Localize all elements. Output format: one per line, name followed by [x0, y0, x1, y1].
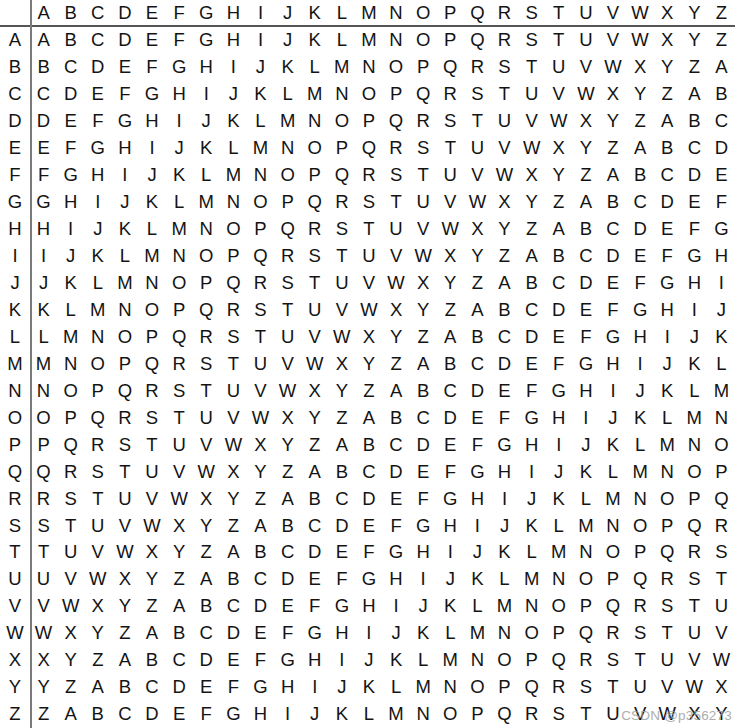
grid-cell: V [328, 297, 355, 324]
grid-cell: A [111, 647, 138, 674]
grid-cell: T [355, 216, 382, 243]
grid-cell: T [437, 135, 464, 162]
grid-cell: U [383, 216, 410, 243]
grid-cell: T [572, 701, 599, 728]
grid-cell: F [274, 620, 301, 647]
grid-cell: O [301, 135, 328, 162]
grid-cell: X [518, 162, 545, 189]
col-header: R [491, 0, 518, 27]
grid-cell: P [220, 243, 247, 270]
row-label: Q [0, 458, 30, 485]
grid-cell: B [410, 377, 437, 404]
grid-cell: P [138, 324, 165, 351]
grid-cell: I [274, 701, 301, 728]
grid-cell: A [383, 377, 410, 404]
grid-cell: Q [518, 674, 545, 701]
grid-cell: A [274, 485, 301, 512]
row-label: A [0, 27, 30, 54]
grid-cell: P [57, 404, 84, 431]
grid-cell: B [274, 512, 301, 539]
grid-cell: Z [57, 674, 84, 701]
grid-cell: L [491, 566, 518, 593]
grid-cell: U [437, 162, 464, 189]
grid-cell: X [247, 431, 274, 458]
grid-cell: P [111, 351, 138, 378]
grid-cell: Z [681, 54, 708, 81]
grid-cell: Z [301, 431, 328, 458]
grid-cell: H [57, 189, 84, 216]
grid-cell: I [166, 108, 193, 135]
row-label: K [0, 297, 30, 324]
grid-cell: V [599, 27, 626, 54]
grid-cell: U [572, 27, 599, 54]
grid-cell: M [138, 243, 165, 270]
row-label: B [0, 54, 30, 81]
grid-cell: N [30, 377, 57, 404]
grid-cell: Q [328, 162, 355, 189]
grid-cell: B [193, 593, 220, 620]
grid-cell: Y [138, 566, 165, 593]
grid-cell: W [57, 593, 84, 620]
grid-cell: C [383, 431, 410, 458]
grid-cell: J [410, 593, 437, 620]
grid-cell: W [599, 54, 626, 81]
grid-cell: H [599, 351, 626, 378]
row-label: I [0, 243, 30, 270]
grid-cell: X [166, 512, 193, 539]
grid-cell: C [57, 54, 84, 81]
grid-cell: Z [274, 458, 301, 485]
grid-cell: Y [247, 458, 274, 485]
grid-cell: B [57, 27, 84, 54]
grid-cell: F [57, 135, 84, 162]
grid-cell: G [247, 674, 274, 701]
grid-cell: O [111, 324, 138, 351]
grid-cell: J [166, 135, 193, 162]
grid-cell: W [301, 351, 328, 378]
grid-cell: A [84, 674, 111, 701]
grid-cell: N [193, 216, 220, 243]
grid-cell: X [410, 270, 437, 297]
col-header: N [383, 0, 410, 27]
grid-cell: R [681, 539, 708, 566]
row-label: V [0, 593, 30, 620]
grid-cell: Z [111, 620, 138, 647]
grid-cell: L [220, 135, 247, 162]
grid-cell: R [572, 647, 599, 674]
grid-cell: S [545, 701, 572, 728]
grid-cell: B [30, 54, 57, 81]
grid-cell: D [437, 404, 464, 431]
grid-cell: W [383, 270, 410, 297]
grid-cell: W [681, 674, 708, 701]
grid-cell: K [84, 243, 111, 270]
grid-cell: Q [491, 701, 518, 728]
grid-cell: V [84, 539, 111, 566]
grid-cell: M [518, 566, 545, 593]
grid-cell: G [627, 297, 654, 324]
col-header: T [545, 0, 572, 27]
grid-cell: J [437, 566, 464, 593]
grid-cell: F [166, 27, 193, 54]
grid-cell: Z [464, 270, 491, 297]
grid-cell: W [627, 27, 654, 54]
grid-cell: O [57, 377, 84, 404]
row-label: Y [0, 674, 30, 701]
grid-cell: O [545, 593, 572, 620]
grid-cell: E [708, 162, 735, 189]
grid-cell: U [274, 324, 301, 351]
grid-cell: E [220, 647, 247, 674]
grid-cell: J [193, 108, 220, 135]
grid-cell: T [464, 108, 491, 135]
grid-cell: T [138, 431, 165, 458]
grid-cell: I [654, 324, 681, 351]
grid-cell: K [654, 377, 681, 404]
grid-cell: V [383, 243, 410, 270]
header-divider-line [0, 25, 735, 27]
grid-cell: D [138, 701, 165, 728]
grid-cell: F [518, 377, 545, 404]
grid-cell: K [518, 512, 545, 539]
grid-cell: M [328, 54, 355, 81]
grid-cell: D [30, 108, 57, 135]
corner-cell [0, 0, 30, 27]
grid-cell: I [708, 270, 735, 297]
grid-cell: T [220, 351, 247, 378]
grid-cell: I [383, 593, 410, 620]
grid-cell: B [545, 243, 572, 270]
grid-cell: O [491, 647, 518, 674]
grid-cell: L [57, 297, 84, 324]
grid-cell: D [545, 297, 572, 324]
grid-cell: Q [166, 324, 193, 351]
grid-cell: G [193, 27, 220, 54]
grid-cell: W [111, 539, 138, 566]
grid-cell: Q [627, 566, 654, 593]
grid-cell: R [355, 162, 382, 189]
grid-cell: F [111, 81, 138, 108]
grid-cell: X [193, 485, 220, 512]
grid-cell: C [437, 377, 464, 404]
grid-cell: R [111, 404, 138, 431]
grid-cell: W [30, 620, 57, 647]
grid-cell: M [599, 485, 626, 512]
grid-cell: B [220, 566, 247, 593]
grid-cell: C [491, 324, 518, 351]
grid-cell: Q [545, 647, 572, 674]
grid-cell: J [328, 674, 355, 701]
grid-cell: G [545, 377, 572, 404]
grid-cell: C [111, 701, 138, 728]
grid-cell: A [220, 539, 247, 566]
grid-cell: V [193, 431, 220, 458]
grid-cell: I [572, 404, 599, 431]
grid-cell: S [166, 377, 193, 404]
grid-cell: N [166, 243, 193, 270]
grid-cell: F [193, 701, 220, 728]
grid-cell: A [57, 701, 84, 728]
grid-cell: Q [383, 108, 410, 135]
grid-cell: C [518, 297, 545, 324]
grid-cell: W [437, 216, 464, 243]
grid-cell: M [355, 27, 382, 54]
grid-cell: K [220, 108, 247, 135]
grid-cell: B [708, 81, 735, 108]
grid-cell: F [84, 108, 111, 135]
grid-cell: Q [654, 539, 681, 566]
grid-cell: U [545, 54, 572, 81]
grid-cell: B [84, 701, 111, 728]
grid-cell: B [518, 270, 545, 297]
grid-cell: L [681, 377, 708, 404]
grid-cell: Y [654, 54, 681, 81]
grid-cell: N [383, 27, 410, 54]
grid-cell: P [708, 458, 735, 485]
grid-cell: N [491, 620, 518, 647]
grid-cell: T [599, 674, 626, 701]
grid-cell: T [57, 512, 84, 539]
tabula-recta-grid: ABCDEFGHIJKLMNOPQRSTUVWXYZAABCDEFGHIJKLM… [0, 0, 735, 728]
grid-cell: E [355, 512, 382, 539]
grid-cell: Y [111, 593, 138, 620]
grid-cell: Q [599, 593, 626, 620]
grid-cell: N [545, 566, 572, 593]
grid-cell: U [30, 566, 57, 593]
grid-cell: Y [518, 189, 545, 216]
grid-cell: R [654, 566, 681, 593]
grid-cell: A [30, 27, 57, 54]
col-header: U [572, 0, 599, 27]
grid-cell: D [328, 512, 355, 539]
grid-cell: F [247, 647, 274, 674]
grid-cell: R [599, 620, 626, 647]
grid-cell: S [681, 566, 708, 593]
grid-cell: G [654, 270, 681, 297]
grid-cell: H [220, 27, 247, 54]
grid-cell: S [301, 243, 328, 270]
grid-cell: A [410, 351, 437, 378]
grid-cell: G [301, 620, 328, 647]
grid-cell: M [111, 270, 138, 297]
grid-cell: P [627, 539, 654, 566]
grid-cell: G [437, 485, 464, 512]
grid-cell: D [572, 270, 599, 297]
row-label: X [0, 647, 30, 674]
grid-cell: M [274, 108, 301, 135]
grid-cell: W [328, 324, 355, 351]
grid-cell: S [193, 351, 220, 378]
grid-cell: T [193, 377, 220, 404]
grid-cell: A [193, 566, 220, 593]
grid-cell: N [654, 458, 681, 485]
grid-cell: G [681, 243, 708, 270]
col-header: K [301, 0, 328, 27]
grid-cell: F [599, 297, 626, 324]
grid-cell: E [437, 431, 464, 458]
grid-cell: Q [274, 216, 301, 243]
grid-cell: I [437, 539, 464, 566]
grid-cell: O [274, 162, 301, 189]
grid-cell: E [328, 539, 355, 566]
grid-cell: P [518, 647, 545, 674]
grid-cell: R [274, 243, 301, 270]
grid-cell: P [410, 54, 437, 81]
grid-cell: S [57, 485, 84, 512]
grid-cell: Y [681, 27, 708, 54]
grid-cell: P [681, 485, 708, 512]
grid-cell: C [681, 135, 708, 162]
grid-cell: W [220, 431, 247, 458]
grid-cell: R [57, 458, 84, 485]
grid-cell: L [328, 27, 355, 54]
grid-cell: P [437, 27, 464, 54]
grid-cell: Y [545, 162, 572, 189]
grid-cell: S [654, 593, 681, 620]
grid-cell: E [464, 404, 491, 431]
grid-cell: G [464, 458, 491, 485]
col-header: F [166, 0, 193, 27]
grid-cell: X [464, 216, 491, 243]
grid-cell: Y [627, 81, 654, 108]
grid-cell: D [220, 620, 247, 647]
grid-cell: A [247, 512, 274, 539]
grid-cell: K [708, 324, 735, 351]
col-header: B [57, 0, 84, 27]
grid-cell: Q [220, 270, 247, 297]
grid-cell: H [247, 701, 274, 728]
grid-cell: J [383, 620, 410, 647]
grid-cell: Q [84, 404, 111, 431]
grid-cell: W [138, 512, 165, 539]
grid-cell: J [545, 458, 572, 485]
grid-cell: F [301, 593, 328, 620]
grid-cell: Z [572, 162, 599, 189]
grid-cell: U [138, 458, 165, 485]
grid-cell: C [355, 458, 382, 485]
grid-cell: X [138, 539, 165, 566]
grid-cell: D [383, 458, 410, 485]
grid-cell: A [301, 458, 328, 485]
grid-cell: E [545, 324, 572, 351]
grid-cell: J [708, 297, 735, 324]
grid-cell: K [328, 701, 355, 728]
grid-cell: F [491, 404, 518, 431]
grid-cell: Y [437, 270, 464, 297]
grid-cell: A [166, 593, 193, 620]
grid-cell: I [57, 216, 84, 243]
row-label: P [0, 431, 30, 458]
grid-cell: P [383, 81, 410, 108]
grid-cell: V [274, 351, 301, 378]
row-label: M [0, 351, 30, 378]
grid-cell: Q [355, 135, 382, 162]
grid-cell: W [166, 485, 193, 512]
grid-cell: A [464, 297, 491, 324]
grid-cell: D [491, 351, 518, 378]
grid-cell: G [572, 351, 599, 378]
col-header: X [654, 0, 681, 27]
grid-cell: M [301, 81, 328, 108]
grid-cell: L [247, 108, 274, 135]
grid-cell: C [138, 674, 165, 701]
grid-cell: X [545, 135, 572, 162]
grid-cell: F [220, 674, 247, 701]
grid-cell: R [30, 485, 57, 512]
grid-cell: A [681, 81, 708, 108]
grid-cell: M [247, 135, 274, 162]
grid-cell: Z [518, 216, 545, 243]
grid-cell: N [84, 324, 111, 351]
row-label: G [0, 189, 30, 216]
grid-cell: J [464, 539, 491, 566]
grid-cell: Q [708, 485, 735, 512]
grid-cell: U [518, 81, 545, 108]
grid-cell: M [545, 539, 572, 566]
grid-cell: O [84, 351, 111, 378]
row-label: U [0, 566, 30, 593]
grid-cell: S [138, 404, 165, 431]
grid-cell: L [166, 189, 193, 216]
grid-cell: O [627, 512, 654, 539]
grid-cell: C [247, 566, 274, 593]
grid-cell: O [220, 216, 247, 243]
grid-cell: P [654, 512, 681, 539]
grid-cell: R [138, 377, 165, 404]
grid-cell: A [572, 189, 599, 216]
grid-cell: U [166, 431, 193, 458]
grid-cell: A [437, 324, 464, 351]
grid-cell: F [410, 485, 437, 512]
grid-cell: U [301, 297, 328, 324]
col-header: Y [681, 0, 708, 27]
row-label: W [0, 620, 30, 647]
grid-cell: M [383, 701, 410, 728]
grid-cell: K [138, 189, 165, 216]
grid-cell: R [627, 593, 654, 620]
grid-cell: V [708, 620, 735, 647]
grid-cell: C [84, 27, 111, 54]
grid-cell: W [193, 458, 220, 485]
grid-cell: T [274, 297, 301, 324]
grid-cell: Z [627, 108, 654, 135]
grid-cell: C [166, 647, 193, 674]
grid-cell: Y [355, 351, 382, 378]
grid-cell: V [166, 458, 193, 485]
row-label: H [0, 216, 30, 243]
grid-cell: U [111, 485, 138, 512]
grid-cell: Z [491, 243, 518, 270]
grid-cell: X [383, 297, 410, 324]
grid-cell: F [355, 539, 382, 566]
grid-cell: U [627, 674, 654, 701]
grid-cell: H [355, 593, 382, 620]
grid-cell: G [599, 324, 626, 351]
grid-cell: Y [30, 674, 57, 701]
grid-cell: P [572, 593, 599, 620]
grid-cell: H [111, 135, 138, 162]
grid-cell: X [301, 377, 328, 404]
col-header: M [355, 0, 382, 27]
col-header: Z [708, 0, 735, 27]
grid-cell: B [654, 135, 681, 162]
grid-cell: P [545, 620, 572, 647]
grid-cell: R [410, 108, 437, 135]
grid-cell: M [464, 620, 491, 647]
grid-cell: K [437, 593, 464, 620]
grid-cell: X [57, 620, 84, 647]
grid-cell: K [681, 351, 708, 378]
